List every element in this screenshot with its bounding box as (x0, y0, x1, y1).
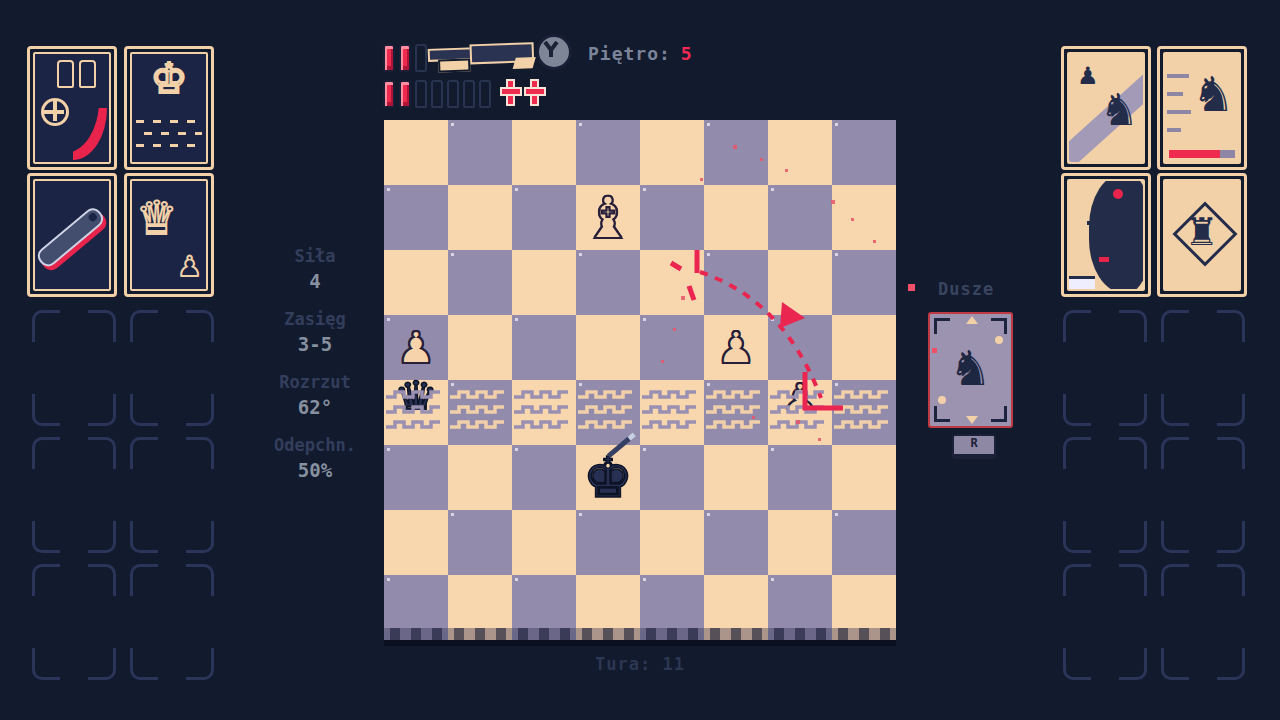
square-corner-dot (515, 318, 518, 321)
square-f5[interactable] (704, 315, 768, 380)
soul-count-pip (908, 284, 915, 291)
shell-empty-icon (479, 80, 491, 108)
shell-empty-icon (415, 44, 427, 72)
square-corner-dot (835, 123, 838, 126)
square-corner-dot (707, 123, 710, 126)
shotgun-stock (513, 57, 536, 69)
square-d8[interactable] (576, 120, 640, 185)
soul-spell-card-knight[interactable]: ♞ (928, 312, 1013, 428)
square-corner-dot (387, 318, 390, 321)
square-h3[interactable] (832, 445, 896, 510)
saw-icon (34, 205, 107, 270)
shell-empty-icon (431, 80, 443, 108)
square-h1[interactable] (832, 575, 896, 640)
white-queen-icon: ♛ (136, 195, 177, 241)
square-h4[interactable] (832, 380, 896, 445)
ornament (966, 316, 978, 324)
card-art (33, 179, 111, 291)
card-queen-portrait[interactable] (1061, 173, 1151, 297)
square-corner-dot (451, 253, 454, 256)
charge-bar-fill (1169, 150, 1220, 158)
black-knight-icon: ♞ (930, 344, 1011, 392)
square-corner-dot (515, 188, 518, 191)
card-king-in-flood[interactable]: ♚ (124, 46, 214, 170)
square-corner-dot (835, 513, 838, 516)
square-f7[interactable] (704, 185, 768, 250)
square-d3[interactable] (576, 445, 640, 510)
square-b3[interactable] (448, 445, 512, 510)
square-g5[interactable] (768, 315, 832, 380)
shell-full-icon (399, 80, 411, 108)
square-corner-dot (515, 578, 518, 581)
square-c6[interactable] (512, 250, 576, 315)
square-e5[interactable] (640, 315, 704, 380)
shell-icon (57, 60, 74, 88)
square-c2[interactable] (512, 510, 576, 575)
square-d4[interactable] (576, 380, 640, 445)
square-f8[interactable] (704, 120, 768, 185)
corner-bracket (991, 406, 1007, 422)
corner-bracket (934, 318, 950, 334)
empty-card-slot (1063, 437, 1147, 553)
knight-icon: ♞ (1100, 88, 1139, 132)
card-rook-emblem[interactable]: ♜ (1157, 173, 1247, 297)
king-heart-cross-icon (500, 79, 522, 106)
stat-label: Siła (230, 244, 400, 269)
ornament (995, 336, 1003, 344)
ornament (966, 416, 978, 424)
stat-value: 3-5 (230, 332, 400, 357)
shell-full-icon (399, 44, 411, 72)
square-corner-dot (579, 123, 582, 126)
corner-bracket (991, 318, 1007, 334)
square-corner-dot (835, 383, 838, 386)
square-h5[interactable] (832, 315, 896, 380)
card-charging-knight[interactable]: ♞ (1157, 46, 1247, 170)
square-e8[interactable] (640, 120, 704, 185)
square-a4[interactable] (384, 380, 448, 445)
stat-label: Zasięg (230, 307, 400, 332)
empty-card-slot (130, 437, 214, 553)
square-b1[interactable] (448, 575, 512, 640)
square-g1[interactable] (768, 575, 832, 640)
queen-lips (1099, 257, 1109, 262)
square-corner-dot (643, 318, 646, 321)
square-corner-dot (387, 188, 390, 191)
square-h6[interactable] (832, 250, 896, 315)
souls-label: Dusze (938, 279, 994, 299)
square-d7[interactable] (576, 185, 640, 250)
white-king-icon: ♚ (132, 58, 206, 100)
pellet-spread-icon (536, 34, 572, 70)
square-corner-dot (707, 383, 710, 386)
square-c1[interactable] (512, 575, 576, 640)
square-e6[interactable] (640, 250, 704, 315)
pawn-icon: ♟ (1077, 64, 1099, 88)
square-corner-dot (771, 578, 774, 581)
king-heart-cross-icon (524, 79, 546, 106)
shell-empty-icon (447, 80, 459, 108)
square-b5[interactable] (448, 315, 512, 380)
weapon-stats: Siła 4 Zasięg 3-5 Rozrzut 62° Odepchn. 5… (230, 244, 400, 496)
charge-bar (1169, 150, 1235, 158)
game-screen: Piętro:5 Siła 4 Zasięg 3-5 Rozrzut 62° O… (0, 0, 1280, 720)
square-f4[interactable] (704, 380, 768, 445)
square-corner-dot (387, 578, 390, 581)
square-corner-dot (707, 253, 710, 256)
square-corner-dot (579, 383, 582, 386)
square-d6[interactable] (576, 250, 640, 315)
queen-brow (1087, 221, 1105, 225)
square-g3[interactable] (768, 445, 832, 510)
square-a2[interactable] (384, 510, 448, 575)
card-glowing-saw[interactable] (27, 173, 117, 297)
square-e3[interactable] (640, 445, 704, 510)
square-corner-dot (771, 188, 774, 191)
card-art: ♟ ♞ (1067, 52, 1145, 164)
square-corner-dot (771, 448, 774, 451)
square-b7[interactable] (448, 185, 512, 250)
square-c7[interactable] (512, 185, 576, 250)
square-corner-dot (515, 448, 518, 451)
square-e4[interactable] (640, 380, 704, 445)
card-art: ♛ ♟ (130, 179, 208, 291)
square-c8[interactable] (512, 120, 576, 185)
shotgun-pump (438, 58, 470, 72)
square-corner-dot (707, 513, 710, 516)
knight-icon: ♞ (1192, 70, 1235, 118)
square-c5[interactable] (512, 315, 576, 380)
square-corner-dot (451, 513, 454, 516)
rook-icon: ♜ (1165, 213, 1239, 251)
shell-empty-icon (415, 80, 427, 108)
square-b8[interactable] (448, 120, 512, 185)
card-art (33, 52, 111, 164)
square-c3[interactable] (512, 445, 576, 510)
stat-spread: Rozrzut 62° (230, 370, 400, 420)
square-h8[interactable] (832, 120, 896, 185)
turn-indicator: Tura: 11 (0, 654, 1280, 674)
stat-label: Odepchn. (230, 433, 400, 458)
card-art: ♚ (130, 52, 208, 164)
square-corner-dot (643, 448, 646, 451)
stat-label: Rozrzut (230, 370, 400, 395)
square-d1[interactable] (576, 575, 640, 640)
hair-ornament-icon (1111, 187, 1125, 201)
square-a1[interactable] (384, 575, 448, 640)
square-corner-dot (451, 123, 454, 126)
card-shells-and-gear[interactable] (27, 46, 117, 170)
queen-eye (1091, 231, 1101, 243)
square-corner-dot (579, 513, 582, 516)
stat-value: 4 (230, 269, 400, 294)
square-f6[interactable] (704, 250, 768, 315)
ornament (938, 396, 946, 404)
square-corner-dot (643, 188, 646, 191)
floor-indicator: Piętro:5 (588, 43, 693, 64)
square-corner-dot (579, 253, 582, 256)
square-a3[interactable] (384, 445, 448, 510)
square-corner-dot (451, 383, 454, 386)
square-b2[interactable] (448, 510, 512, 575)
empty-card-slot (1161, 437, 1245, 553)
empty-card-slot (32, 310, 116, 426)
square-e7[interactable] (640, 185, 704, 250)
flood-waves-icon (136, 116, 202, 156)
stat-range: Zasięg 3-5 (230, 307, 400, 357)
square-a5[interactable] (384, 315, 448, 380)
square-a7[interactable] (384, 185, 448, 250)
square-g8[interactable] (768, 120, 832, 185)
square-g2[interactable] (768, 510, 832, 575)
square-a6[interactable] (384, 250, 448, 315)
card-queen-and-pawn[interactable]: ♛ ♟ (124, 173, 214, 297)
empty-card-slot (32, 437, 116, 553)
empty-card-slot (130, 310, 214, 426)
card-art: ♜ (1163, 179, 1241, 291)
shell-empty-icon (463, 80, 475, 108)
square-e2[interactable] (640, 510, 704, 575)
white-pawn-icon: ♟ (177, 253, 202, 281)
square-f3[interactable] (704, 445, 768, 510)
square-d5[interactable] (576, 315, 640, 380)
shell-full-icon (383, 44, 395, 72)
shell-full-icon (383, 80, 395, 108)
square-d2[interactable] (576, 510, 640, 575)
square-corner-dot (771, 318, 774, 321)
stat-value: 62° (230, 395, 400, 420)
square-a8[interactable] (384, 120, 448, 185)
empty-card-slot (1161, 310, 1245, 426)
square-h2[interactable] (832, 510, 896, 575)
shotgun-icon (427, 38, 536, 78)
corner-bracket (934, 406, 950, 422)
square-g4[interactable] (768, 380, 832, 445)
square-f1[interactable] (704, 575, 768, 640)
square-c4[interactable] (512, 380, 576, 445)
stat-knockback: Odepchn. 50% (230, 433, 400, 483)
square-h7[interactable] (832, 185, 896, 250)
floor-label: Piętro: (588, 43, 671, 64)
red-ribbon-icon (73, 108, 107, 160)
square-g6[interactable] (768, 250, 832, 315)
square-f2[interactable] (704, 510, 768, 575)
square-corner-dot (835, 253, 838, 256)
key-hint-R[interactable]: R (952, 434, 996, 459)
card-art: ♞ (1163, 52, 1241, 164)
floor-value: 5 (681, 43, 693, 64)
square-b6[interactable] (448, 250, 512, 315)
card-pawn-to-knight[interactable]: ♟ ♞ (1061, 46, 1151, 170)
square-b4[interactable] (448, 380, 512, 445)
square-corner-dot (643, 578, 646, 581)
shell-icon (79, 60, 96, 88)
chess-board (384, 120, 896, 640)
square-e1[interactable] (640, 575, 704, 640)
gear-icon (41, 98, 69, 126)
queen-collar (1069, 276, 1095, 289)
stat-strength: Siła 4 (230, 244, 400, 294)
card-art (1067, 179, 1145, 291)
empty-card-slot (1063, 310, 1147, 426)
stat-value: 50% (230, 458, 400, 483)
square-g7[interactable] (768, 185, 832, 250)
square-corner-dot (387, 448, 390, 451)
